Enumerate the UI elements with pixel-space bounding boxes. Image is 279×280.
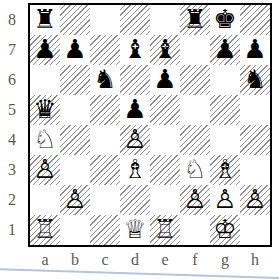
white-pawn[interactable]: ♙ — [243, 184, 266, 214]
square-c8[interactable] — [90, 5, 120, 35]
square-c7[interactable] — [90, 35, 120, 65]
square-c4[interactable] — [90, 125, 120, 155]
square-e7[interactable]: ♝ — [150, 35, 180, 65]
square-g1[interactable]: ♔ — [210, 215, 240, 245]
square-e6[interactable]: ♟ — [150, 65, 180, 95]
white-queen[interactable]: ♕ — [123, 214, 146, 244]
square-d4[interactable]: ♙ — [120, 125, 150, 155]
square-e3[interactable] — [150, 155, 180, 185]
black-rook[interactable]: ♜ — [33, 4, 56, 34]
square-h2[interactable]: ♙ — [240, 185, 270, 215]
chess-diagram-page: 87654321 ♜♜♚♟♟♝♝♟♟♞♟♞♛♟♘♙♙♗♘♗♙♙♙♙♖♕♖♔ ab… — [0, 0, 279, 280]
rank-label-7: 7 — [0, 35, 24, 65]
white-knight[interactable]: ♘ — [33, 124, 56, 154]
white-pawn[interactable]: ♙ — [63, 184, 86, 214]
black-pawn[interactable]: ♟ — [153, 64, 176, 94]
square-a4[interactable]: ♘ — [30, 125, 60, 155]
square-h7[interactable]: ♟ — [240, 35, 270, 65]
black-pawn[interactable]: ♟ — [123, 94, 146, 124]
square-e8[interactable] — [150, 5, 180, 35]
square-c6[interactable]: ♞ — [90, 65, 120, 95]
square-g4[interactable] — [210, 125, 240, 155]
file-label-g: g — [210, 249, 240, 273]
white-rook[interactable]: ♖ — [33, 214, 56, 244]
square-a6[interactable] — [30, 65, 60, 95]
square-h8[interactable] — [240, 5, 270, 35]
square-c1[interactable] — [90, 215, 120, 245]
square-g2[interactable]: ♙ — [210, 185, 240, 215]
black-bishop[interactable]: ♝ — [153, 34, 176, 64]
file-label-c: c — [90, 249, 120, 273]
square-g8[interactable]: ♚ — [210, 5, 240, 35]
square-b8[interactable] — [60, 5, 90, 35]
square-d1[interactable]: ♕ — [120, 215, 150, 245]
rank-labels: 87654321 — [0, 3, 26, 247]
square-e1[interactable]: ♖ — [150, 215, 180, 245]
square-e2[interactable] — [150, 185, 180, 215]
square-b2[interactable]: ♙ — [60, 185, 90, 215]
square-g5[interactable] — [210, 95, 240, 125]
square-h4[interactable] — [240, 125, 270, 155]
square-c2[interactable] — [90, 185, 120, 215]
square-a7[interactable]: ♟ — [30, 35, 60, 65]
square-f6[interactable] — [180, 65, 210, 95]
white-pawn[interactable]: ♙ — [33, 154, 56, 184]
square-h5[interactable] — [240, 95, 270, 125]
square-b5[interactable] — [60, 95, 90, 125]
white-king[interactable]: ♔ — [213, 214, 236, 244]
square-h6[interactable]: ♞ — [240, 65, 270, 95]
white-rook[interactable]: ♖ — [153, 214, 176, 244]
file-label-h: h — [240, 249, 270, 273]
square-f5[interactable] — [180, 95, 210, 125]
black-queen[interactable]: ♛ — [33, 94, 56, 124]
chess-board: ♜♜♚♟♟♝♝♟♟♞♟♞♛♟♘♙♙♗♘♗♙♙♙♙♖♕♖♔ — [28, 3, 272, 247]
rank-label-2: 2 — [0, 185, 24, 215]
square-e4[interactable] — [150, 125, 180, 155]
square-c5[interactable] — [90, 95, 120, 125]
square-a1[interactable]: ♖ — [30, 215, 60, 245]
black-pawn[interactable]: ♟ — [243, 34, 266, 64]
square-g7[interactable]: ♟ — [210, 35, 240, 65]
rank-label-4: 4 — [0, 125, 24, 155]
black-rook[interactable]: ♜ — [183, 4, 206, 34]
white-pawn[interactable]: ♙ — [123, 124, 146, 154]
square-b6[interactable] — [60, 65, 90, 95]
file-label-d: d — [120, 249, 150, 273]
square-d6[interactable] — [120, 65, 150, 95]
white-pawn[interactable]: ♙ — [183, 184, 206, 214]
white-knight[interactable]: ♘ — [183, 154, 206, 184]
black-pawn[interactable]: ♟ — [213, 34, 236, 64]
black-knight[interactable]: ♞ — [243, 64, 266, 94]
square-a2[interactable] — [30, 185, 60, 215]
square-g3[interactable]: ♗ — [210, 155, 240, 185]
square-c3[interactable] — [90, 155, 120, 185]
file-label-e: e — [150, 249, 180, 273]
white-pawn[interactable]: ♙ — [213, 184, 236, 214]
rank-label-5: 5 — [0, 95, 24, 125]
square-b1[interactable] — [60, 215, 90, 245]
black-knight[interactable]: ♞ — [93, 64, 116, 94]
square-b3[interactable] — [60, 155, 90, 185]
black-king[interactable]: ♚ — [213, 4, 236, 34]
square-d3[interactable]: ♗ — [120, 155, 150, 185]
rank-label-1: 1 — [0, 215, 24, 245]
square-b4[interactable] — [60, 125, 90, 155]
rank-label-6: 6 — [0, 65, 24, 95]
square-a8[interactable]: ♜ — [30, 5, 60, 35]
rank-label-8: 8 — [0, 5, 24, 35]
black-bishop[interactable]: ♝ — [123, 34, 146, 64]
square-f3[interactable]: ♘ — [180, 155, 210, 185]
square-d8[interactable] — [120, 5, 150, 35]
white-bishop[interactable]: ♗ — [213, 154, 236, 184]
black-pawn[interactable]: ♟ — [33, 34, 56, 64]
square-d5[interactable]: ♟ — [120, 95, 150, 125]
file-label-f: f — [180, 249, 210, 273]
square-f8[interactable]: ♜ — [180, 5, 210, 35]
square-f7[interactable] — [180, 35, 210, 65]
rank-label-3: 3 — [0, 155, 24, 185]
square-g6[interactable] — [210, 65, 240, 95]
white-bishop[interactable]: ♗ — [123, 154, 146, 184]
square-a3[interactable]: ♙ — [30, 155, 60, 185]
square-d7[interactable]: ♝ — [120, 35, 150, 65]
square-f1[interactable] — [180, 215, 210, 245]
square-d2[interactable] — [120, 185, 150, 215]
square-b7[interactable]: ♟ — [60, 35, 90, 65]
square-e5[interactable] — [150, 95, 180, 125]
square-a5[interactable]: ♛ — [30, 95, 60, 125]
square-h3[interactable] — [240, 155, 270, 185]
square-f4[interactable] — [180, 125, 210, 155]
square-f2[interactable]: ♙ — [180, 185, 210, 215]
black-pawn[interactable]: ♟ — [63, 34, 86, 64]
square-h1[interactable] — [240, 215, 270, 245]
